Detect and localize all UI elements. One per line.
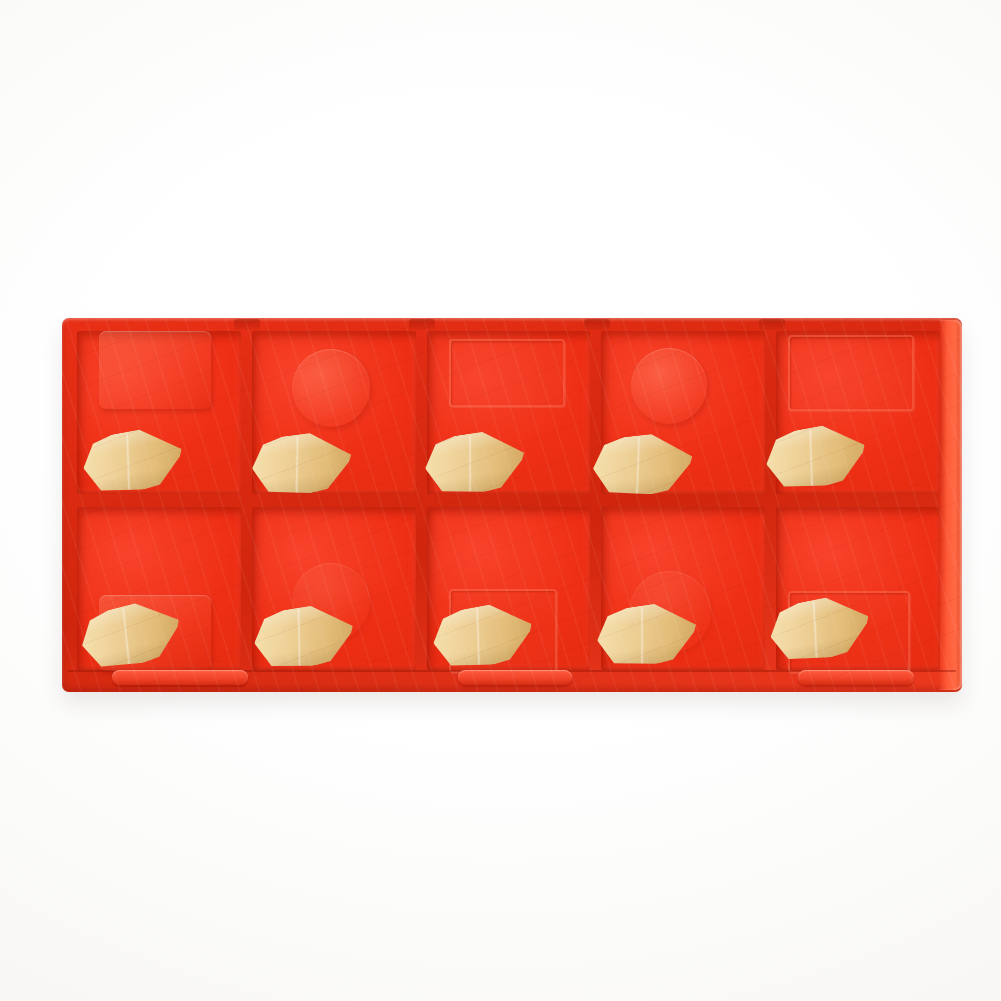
molded-rect-outline bbox=[449, 339, 565, 407]
gold-insert bbox=[249, 599, 358, 675]
compartment-r1c4 bbox=[601, 331, 765, 494]
hinge-notch bbox=[584, 319, 610, 330]
gold-insert bbox=[590, 429, 697, 501]
gold-insert bbox=[765, 589, 875, 668]
compartment-r2c1 bbox=[77, 507, 241, 670]
compartment-r1c2 bbox=[252, 331, 416, 494]
compartment-r2c3 bbox=[427, 507, 591, 670]
molded-pad bbox=[99, 331, 211, 409]
hinge-notch bbox=[759, 319, 785, 330]
gold-insert bbox=[428, 597, 538, 675]
compartment-r2c5 bbox=[776, 507, 940, 670]
gold-insert bbox=[761, 418, 871, 496]
insert-storage-box bbox=[62, 318, 962, 692]
molded-circle bbox=[292, 349, 370, 427]
box-right-wall bbox=[939, 320, 962, 690]
product-photo bbox=[0, 0, 1001, 1001]
compartment-r1c1 bbox=[77, 331, 241, 494]
gold-insert bbox=[78, 422, 188, 500]
hinge-notch bbox=[409, 319, 435, 330]
box-grid bbox=[77, 331, 940, 670]
compartment-r2c4 bbox=[601, 507, 765, 670]
gold-insert bbox=[421, 426, 529, 501]
compartment-r1c3 bbox=[427, 331, 591, 494]
clip-tab-left bbox=[112, 670, 248, 685]
clip-tab-center bbox=[458, 670, 572, 685]
molded-rect-outline bbox=[788, 335, 914, 411]
compartment-r2c2 bbox=[252, 507, 416, 670]
hinge-notch bbox=[234, 319, 260, 330]
gold-insert bbox=[593, 598, 701, 673]
gold-insert bbox=[248, 427, 355, 500]
compartment-r1c5 bbox=[776, 331, 940, 494]
clip-tab-right bbox=[798, 670, 914, 685]
gold-insert bbox=[75, 593, 187, 677]
molded-circle bbox=[631, 348, 707, 424]
